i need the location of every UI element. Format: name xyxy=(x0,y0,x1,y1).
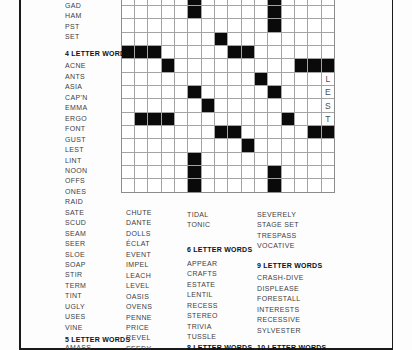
word-item: DISPLEASE xyxy=(257,285,299,292)
word-item: CRASH-DIVE xyxy=(257,274,304,281)
word-list-header: 9 LETTER WORDS xyxy=(257,262,322,269)
word-item: STAGE SET xyxy=(257,221,299,228)
word-item: FORESTALL xyxy=(257,295,300,302)
word-item: SEVERELY xyxy=(257,211,296,218)
word-item: SYLVESTER xyxy=(257,327,301,334)
word-item: INTERESTS xyxy=(257,306,299,313)
word-item: VOCATIVE xyxy=(257,242,295,249)
word-list-header: 10 LETTER WORDS xyxy=(257,344,326,350)
puzzle-page: LEST GADHAMPSTSET4 LETTER WORDSACNEANTSA… xyxy=(0,0,412,350)
word-item: TRESPASS xyxy=(257,232,297,239)
word-item: RECESSIVE xyxy=(257,316,300,323)
word-list-column-4: SEVERELYSTAGE SETTRESPASSVOCATIVE9 LETTE… xyxy=(0,0,412,350)
